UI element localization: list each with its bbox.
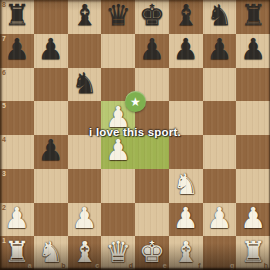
black-pawn-b7[interactable]: ♟ <box>38 35 64 64</box>
square-a3[interactable]: 3 <box>0 169 34 203</box>
square-c2[interactable]: ♟ <box>68 203 102 237</box>
square-a4[interactable]: 4 <box>0 135 34 169</box>
square-d8[interactable]: ♛ <box>101 0 135 34</box>
rank-label-3: 3 <box>2 170 6 177</box>
white-pawn-c2[interactable]: ♟ <box>71 204 97 233</box>
square-a6[interactable]: 6 <box>0 68 34 102</box>
white-bishop-c1[interactable]: ♝ <box>71 238 97 267</box>
black-pawn-e7[interactable]: ♟ <box>139 35 165 64</box>
square-g1[interactable]: g <box>203 236 237 270</box>
square-c3[interactable] <box>68 169 102 203</box>
black-pawn-g7[interactable]: ♟ <box>206 35 232 64</box>
square-f7[interactable]: ♟ <box>169 34 203 68</box>
square-c1[interactable]: c♝ <box>68 236 102 270</box>
square-g4[interactable] <box>203 135 237 169</box>
square-h2[interactable]: ♟ <box>236 203 270 237</box>
square-b7[interactable]: ♟ <box>34 34 68 68</box>
black-pawn-h7[interactable]: ♟ <box>240 35 266 64</box>
square-d3[interactable] <box>101 169 135 203</box>
square-f2[interactable]: ♟ <box>169 203 203 237</box>
square-f1[interactable]: f♝ <box>169 236 203 270</box>
square-h1[interactable]: h♜ <box>236 236 270 270</box>
square-h8[interactable]: ♜ <box>236 0 270 34</box>
white-knight-b1[interactable]: ♞ <box>38 238 64 267</box>
square-g6[interactable] <box>203 68 237 102</box>
square-g3[interactable] <box>203 169 237 203</box>
white-king-e1[interactable]: ♚ <box>139 238 165 267</box>
square-e1[interactable]: e♚ <box>135 236 169 270</box>
caption-text: i love this sport. <box>0 126 270 138</box>
square-g8[interactable]: ♞ <box>203 0 237 34</box>
white-queen-d1[interactable]: ♛ <box>105 238 131 267</box>
black-bishop-c8[interactable]: ♝ <box>71 1 97 30</box>
black-pawn-a7[interactable]: ♟ <box>4 35 30 64</box>
black-knight-c6[interactable]: ♞ <box>71 69 97 98</box>
square-d4[interactable]: ♟ <box>101 135 135 169</box>
square-c6[interactable]: ♞ <box>68 68 102 102</box>
square-b6[interactable] <box>34 68 68 102</box>
file-label-g: g <box>230 262 234 269</box>
rank-label-6: 6 <box>2 69 6 76</box>
square-c8[interactable]: ♝ <box>68 0 102 34</box>
black-pawn-b4[interactable]: ♟ <box>38 136 64 165</box>
square-e2[interactable] <box>135 203 169 237</box>
square-a8[interactable]: 8♜ <box>0 0 34 34</box>
square-g7[interactable]: ♟ <box>203 34 237 68</box>
black-king-e8[interactable]: ♚ <box>139 1 165 30</box>
square-f6[interactable] <box>169 68 203 102</box>
square-e4[interactable] <box>135 135 169 169</box>
square-d2[interactable] <box>101 203 135 237</box>
square-b3[interactable] <box>34 169 68 203</box>
square-f3[interactable]: ♞ <box>169 169 203 203</box>
square-g2[interactable]: ♟ <box>203 203 237 237</box>
white-rook-h1[interactable]: ♜ <box>240 238 266 267</box>
white-pawn-d4[interactable]: ♟ <box>105 136 131 165</box>
square-h7[interactable]: ♟ <box>236 34 270 68</box>
square-e7[interactable]: ♟ <box>135 34 169 68</box>
black-rook-a8[interactable]: ♜ <box>4 1 30 30</box>
black-bishop-f8[interactable]: ♝ <box>173 1 199 30</box>
white-pawn-a2[interactable]: ♟ <box>4 204 30 233</box>
video-frame: 8♜♝♛♚♝♞♜7♟♟♟♟♟♟6♞5♟4♟♟3♞2♟♟♟♟♟1a♜b♞c♝d♛e… <box>0 0 270 270</box>
white-pawn-h2[interactable]: ♟ <box>240 204 266 233</box>
square-a7[interactable]: 7♟ <box>0 34 34 68</box>
square-e8[interactable]: ♚ <box>135 0 169 34</box>
square-f8[interactable]: ♝ <box>169 0 203 34</box>
white-rook-a1[interactable]: ♜ <box>4 238 30 267</box>
square-b1[interactable]: b♞ <box>34 236 68 270</box>
square-h3[interactable] <box>236 169 270 203</box>
square-a2[interactable]: 2♟ <box>0 203 34 237</box>
square-b2[interactable] <box>34 203 68 237</box>
black-rook-h8[interactable]: ♜ <box>240 1 266 30</box>
square-b8[interactable] <box>34 0 68 34</box>
square-e3[interactable] <box>135 169 169 203</box>
square-f4[interactable] <box>169 135 203 169</box>
black-knight-g8[interactable]: ♞ <box>206 1 232 30</box>
white-pawn-f2[interactable]: ♟ <box>173 204 199 233</box>
square-d1[interactable]: d♛ <box>101 236 135 270</box>
square-d7[interactable] <box>101 34 135 68</box>
square-c4[interactable] <box>68 135 102 169</box>
square-b4[interactable]: ♟ <box>34 135 68 169</box>
best-move-star-badge: ★ <box>125 91 146 112</box>
white-pawn-g2[interactable]: ♟ <box>206 204 232 233</box>
square-c7[interactable] <box>68 34 102 68</box>
square-a1[interactable]: 1a♜ <box>0 236 34 270</box>
black-queen-d8[interactable]: ♛ <box>105 1 131 30</box>
rank-label-5: 5 <box>2 102 6 109</box>
black-pawn-f7[interactable]: ♟ <box>173 35 199 64</box>
star-icon: ★ <box>130 95 141 107</box>
square-h4[interactable] <box>236 135 270 169</box>
white-bishop-f1[interactable]: ♝ <box>173 238 199 267</box>
square-h6[interactable] <box>236 68 270 102</box>
white-knight-f3[interactable]: ♞ <box>173 170 199 199</box>
